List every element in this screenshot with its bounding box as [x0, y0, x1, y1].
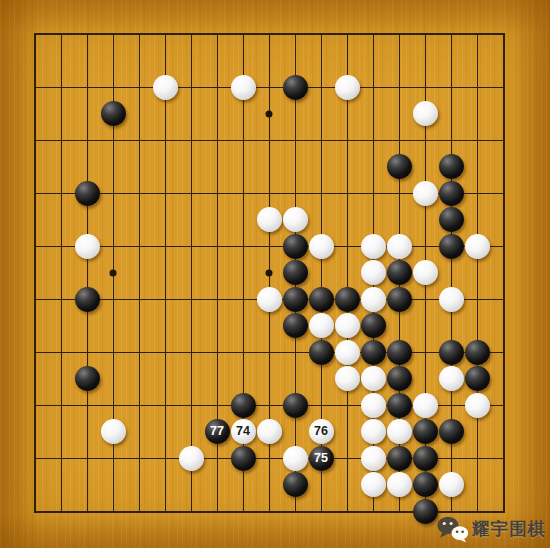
black-stone[interactable] — [283, 313, 308, 338]
white-stone[interactable] — [413, 393, 438, 418]
white-stone[interactable] — [309, 234, 334, 259]
black-stone[interactable] — [75, 181, 100, 206]
black-stone[interactable] — [413, 419, 438, 444]
white-stone[interactable] — [335, 75, 360, 100]
black-stone[interactable] — [387, 287, 412, 312]
black-stone[interactable] — [413, 499, 438, 524]
black-stone[interactable] — [439, 234, 464, 259]
black-stone[interactable] — [283, 260, 308, 285]
white-stone[interactable] — [387, 234, 412, 259]
white-stone[interactable] — [465, 234, 490, 259]
white-stone[interactable] — [439, 472, 464, 497]
stones-grid: 77747675 — [22, 21, 516, 525]
black-stone-move-77[interactable]: 77 — [205, 419, 230, 444]
white-stone[interactable] — [413, 260, 438, 285]
black-stone[interactable] — [439, 340, 464, 365]
black-stone[interactable] — [413, 472, 438, 497]
white-stone[interactable] — [361, 366, 386, 391]
white-stone[interactable] — [101, 419, 126, 444]
go-board-screenshot: 77747675 耀宇围棋 — [0, 0, 550, 548]
white-stone[interactable] — [257, 287, 282, 312]
white-stone[interactable] — [465, 393, 490, 418]
white-stone[interactable] — [361, 260, 386, 285]
black-stone[interactable] — [439, 207, 464, 232]
white-stone[interactable] — [179, 446, 204, 471]
black-stone[interactable] — [465, 340, 490, 365]
white-stone[interactable] — [387, 472, 412, 497]
black-stone[interactable] — [309, 287, 334, 312]
white-stone[interactable] — [361, 393, 386, 418]
white-stone[interactable] — [257, 419, 282, 444]
white-stone[interactable] — [361, 472, 386, 497]
white-stone[interactable] — [257, 207, 282, 232]
black-stone[interactable] — [283, 287, 308, 312]
white-stone[interactable] — [283, 207, 308, 232]
black-stone[interactable] — [361, 340, 386, 365]
black-stone[interactable] — [387, 154, 412, 179]
white-stone[interactable] — [439, 287, 464, 312]
white-stone[interactable] — [75, 234, 100, 259]
white-stone[interactable] — [309, 313, 334, 338]
black-stone[interactable] — [283, 472, 308, 497]
black-stone[interactable] — [309, 340, 334, 365]
black-stone[interactable] — [387, 340, 412, 365]
black-stone[interactable] — [75, 366, 100, 391]
logo-text: 耀宇围棋 — [472, 517, 546, 541]
white-stone[interactable] — [335, 340, 360, 365]
white-stone-move-74[interactable]: 74 — [231, 419, 256, 444]
black-stone[interactable] — [283, 393, 308, 418]
black-stone[interactable] — [75, 287, 100, 312]
white-stone[interactable] — [361, 419, 386, 444]
black-stone[interactable] — [439, 154, 464, 179]
black-stone-move-75[interactable]: 75 — [309, 446, 334, 471]
black-stone[interactable] — [231, 446, 256, 471]
black-stone[interactable] — [387, 446, 412, 471]
black-stone[interactable] — [413, 446, 438, 471]
white-stone[interactable] — [231, 75, 256, 100]
black-stone[interactable] — [387, 260, 412, 285]
black-stone[interactable] — [335, 287, 360, 312]
black-stone[interactable] — [283, 75, 308, 100]
black-stone[interactable] — [387, 393, 412, 418]
black-stone[interactable] — [465, 366, 490, 391]
black-stone[interactable] — [361, 313, 386, 338]
wechat-icon — [436, 515, 469, 543]
white-stone[interactable] — [413, 101, 438, 126]
white-stone[interactable] — [361, 287, 386, 312]
white-stone[interactable] — [439, 366, 464, 391]
white-stone[interactable] — [413, 181, 438, 206]
black-stone[interactable] — [387, 366, 412, 391]
black-stone[interactable] — [283, 234, 308, 259]
white-stone[interactable] — [361, 234, 386, 259]
white-stone[interactable] — [387, 419, 412, 444]
white-stone[interactable] — [283, 446, 308, 471]
black-stone[interactable] — [101, 101, 126, 126]
black-stone[interactable] — [439, 419, 464, 444]
white-stone[interactable] — [361, 446, 386, 471]
white-stone[interactable] — [335, 366, 360, 391]
white-stone[interactable] — [153, 75, 178, 100]
black-stone[interactable] — [439, 181, 464, 206]
logo: 耀宇围棋 — [436, 515, 546, 543]
black-stone[interactable] — [231, 393, 256, 418]
white-stone-move-76[interactable]: 76 — [309, 419, 334, 444]
white-stone[interactable] — [335, 313, 360, 338]
